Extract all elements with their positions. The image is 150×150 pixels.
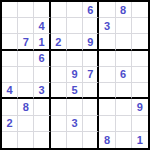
cell-r8c9[interactable] <box>132 116 148 132</box>
cell-r7c9[interactable]: 9 <box>132 99 148 115</box>
cell-r9c8[interactable] <box>116 132 132 148</box>
cell-r6c9[interactable] <box>132 83 148 99</box>
cell-r3c2[interactable]: 7 <box>18 34 34 50</box>
cell-r6c2[interactable] <box>18 83 34 99</box>
cell-r4c6[interactable] <box>83 51 99 67</box>
cell-r8c8[interactable] <box>116 116 132 132</box>
cell-r6c8[interactable] <box>116 83 132 99</box>
cell-r1c3[interactable] <box>34 2 50 18</box>
cell-r2c2[interactable] <box>18 18 34 34</box>
cell-r6c4[interactable] <box>51 83 67 99</box>
cell-r8c1[interactable]: 2 <box>2 116 18 132</box>
cell-r5c9[interactable] <box>132 67 148 83</box>
cell-r2c9[interactable] <box>132 18 148 34</box>
cell-r8c3[interactable] <box>34 116 50 132</box>
cell-r2c3[interactable]: 4 <box>34 18 50 34</box>
cell-r5c4[interactable] <box>51 67 67 83</box>
cell-r7c2[interactable]: 8 <box>18 99 34 115</box>
cell-r5c2[interactable] <box>18 67 34 83</box>
cell-r6c6[interactable] <box>83 83 99 99</box>
cell-r7c7[interactable] <box>99 99 115 115</box>
cell-r6c7[interactable] <box>99 83 115 99</box>
cell-r5c3[interactable] <box>34 67 50 83</box>
cell-r7c1[interactable] <box>2 99 18 115</box>
cell-r8c6[interactable] <box>83 116 99 132</box>
cell-r9c2[interactable] <box>18 132 34 148</box>
cell-r7c6[interactable] <box>83 99 99 115</box>
cell-r4c7[interactable] <box>99 51 115 67</box>
cell-r9c3[interactable] <box>34 132 50 148</box>
cell-r2c4[interactable] <box>51 18 67 34</box>
cell-r2c6[interactable] <box>83 18 99 34</box>
cell-r4c2[interactable] <box>18 51 34 67</box>
cell-r6c3[interactable]: 3 <box>34 83 50 99</box>
cell-r6c5[interactable]: 5 <box>67 83 83 99</box>
cell-r7c8[interactable] <box>116 99 132 115</box>
cell-r2c7[interactable]: 3 <box>99 18 115 34</box>
cell-r1c5[interactable] <box>67 2 83 18</box>
cell-r7c5[interactable] <box>67 99 83 115</box>
cell-r7c4[interactable] <box>51 99 67 115</box>
cell-r9c4[interactable] <box>51 132 67 148</box>
cell-r9c1[interactable] <box>2 132 18 148</box>
cell-r3c7[interactable] <box>99 34 115 50</box>
cell-r1c6[interactable]: 6 <box>83 2 99 18</box>
cell-r5c5[interactable]: 9 <box>67 67 83 83</box>
cell-r8c5[interactable]: 3 <box>67 116 83 132</box>
cell-r4c5[interactable] <box>67 51 83 67</box>
cell-r8c2[interactable] <box>18 116 34 132</box>
cell-r4c9[interactable] <box>132 51 148 67</box>
cell-r1c7[interactable] <box>99 2 115 18</box>
cell-r8c4[interactable] <box>51 116 67 132</box>
cell-r2c5[interactable] <box>67 18 83 34</box>
cell-r1c2[interactable] <box>18 2 34 18</box>
cell-r9c9[interactable]: 1 <box>132 132 148 148</box>
cell-r2c8[interactable] <box>116 18 132 34</box>
cell-r9c6[interactable] <box>83 132 99 148</box>
cell-r9c7[interactable]: 8 <box>99 132 115 148</box>
sudoku-board: 684371296976435892381 <box>0 0 150 150</box>
cell-r1c9[interactable] <box>132 2 148 18</box>
cell-r3c1[interactable] <box>2 34 18 50</box>
cell-r5c1[interactable] <box>2 67 18 83</box>
cell-r3c6[interactable]: 9 <box>83 34 99 50</box>
cell-r3c3[interactable]: 1 <box>34 34 50 50</box>
cell-r3c9[interactable] <box>132 34 148 50</box>
cell-r4c4[interactable] <box>51 51 67 67</box>
cell-r4c3[interactable]: 6 <box>34 51 50 67</box>
cell-r3c4[interactable]: 2 <box>51 34 67 50</box>
cell-r6c1[interactable]: 4 <box>2 83 18 99</box>
cell-r2c1[interactable] <box>2 18 18 34</box>
cell-r5c6[interactable]: 7 <box>83 67 99 83</box>
cell-r7c3[interactable] <box>34 99 50 115</box>
cell-r1c4[interactable] <box>51 2 67 18</box>
cell-r1c8[interactable]: 8 <box>116 2 132 18</box>
cell-r5c8[interactable]: 6 <box>116 67 132 83</box>
cell-r5c7[interactable] <box>99 67 115 83</box>
cell-r3c8[interactable] <box>116 34 132 50</box>
cell-r8c7[interactable] <box>99 116 115 132</box>
cell-r4c8[interactable] <box>116 51 132 67</box>
cell-r1c1[interactable] <box>2 2 18 18</box>
cell-r4c1[interactable] <box>2 51 18 67</box>
cell-r3c5[interactable] <box>67 34 83 50</box>
cell-r9c5[interactable] <box>67 132 83 148</box>
